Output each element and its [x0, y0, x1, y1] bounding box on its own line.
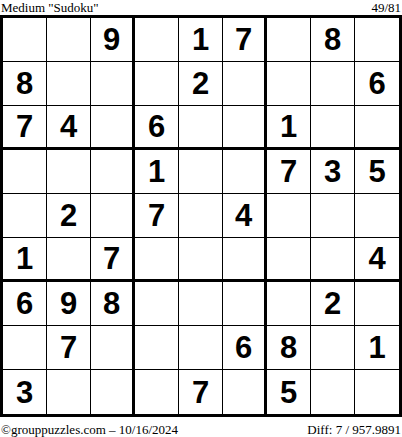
- cell-r1c3[interactable]: 9: [91, 18, 135, 62]
- cell-r6c1[interactable]: 1: [3, 238, 47, 282]
- cell-r6c5[interactable]: [179, 238, 223, 282]
- cell-r9c2[interactable]: [47, 370, 91, 414]
- cell-r4c7[interactable]: 7: [267, 150, 311, 194]
- cell-r8c8[interactable]: [311, 326, 355, 370]
- cell-r8c9[interactable]: 1: [355, 326, 399, 370]
- cell-r7c8[interactable]: 2: [311, 282, 355, 326]
- cell-r7c5[interactable]: [179, 282, 223, 326]
- cell-r1c8[interactable]: 8: [311, 18, 355, 62]
- cell-r3c6[interactable]: [223, 106, 267, 150]
- sudoku-board: 91788267461173527417469827681375: [0, 15, 402, 417]
- cell-r6c3[interactable]: 7: [91, 238, 135, 282]
- cell-r3c2[interactable]: 4: [47, 106, 91, 150]
- cell-r6c7[interactable]: [267, 238, 311, 282]
- sudoku-page: Medium "Sudoku" 49/81 917882674611735274…: [0, 0, 402, 437]
- cell-r7c2[interactable]: 9: [47, 282, 91, 326]
- cell-r1c7[interactable]: [267, 18, 311, 62]
- cell-r1c2[interactable]: [47, 18, 91, 62]
- header: Medium "Sudoku" 49/81: [0, 0, 402, 15]
- cell-r9c8[interactable]: [311, 370, 355, 414]
- cell-r8c4[interactable]: [135, 326, 179, 370]
- cell-r6c8[interactable]: [311, 238, 355, 282]
- footer: ©grouppuzzles.com – 10/16/2024 Diff: 7 /…: [0, 417, 402, 437]
- cell-r4c6[interactable]: [223, 150, 267, 194]
- cell-r5c8[interactable]: [311, 194, 355, 238]
- cell-r5c9[interactable]: [355, 194, 399, 238]
- cell-r8c6[interactable]: 6: [223, 326, 267, 370]
- cell-r6c9[interactable]: 4: [355, 238, 399, 282]
- progress-counter: 49/81: [371, 1, 401, 14]
- cell-r2c1[interactable]: 8: [3, 62, 47, 106]
- cell-r3c9[interactable]: [355, 106, 399, 150]
- cell-r2c2[interactable]: [47, 62, 91, 106]
- cell-r1c1[interactable]: [3, 18, 47, 62]
- cell-r4c9[interactable]: 5: [355, 150, 399, 194]
- cell-r8c7[interactable]: 8: [267, 326, 311, 370]
- copyright-text: ©grouppuzzles.com – 10/16/2024: [1, 423, 178, 437]
- cell-r4c2[interactable]: [47, 150, 91, 194]
- cell-r9c1[interactable]: 3: [3, 370, 47, 414]
- cell-r3c3[interactable]: [91, 106, 135, 150]
- puzzle-title: Medium "Sudoku": [1, 1, 99, 14]
- cell-r9c6[interactable]: [223, 370, 267, 414]
- difficulty-text: Diff: 7 / 957.9891: [307, 423, 401, 437]
- cell-r5c7[interactable]: [267, 194, 311, 238]
- cell-r9c3[interactable]: [91, 370, 135, 414]
- cell-r8c1[interactable]: [3, 326, 47, 370]
- cell-r2c3[interactable]: [91, 62, 135, 106]
- cell-r4c5[interactable]: [179, 150, 223, 194]
- cell-r2c6[interactable]: [223, 62, 267, 106]
- cell-r7c7[interactable]: [267, 282, 311, 326]
- cell-r8c3[interactable]: [91, 326, 135, 370]
- cell-r5c6[interactable]: 4: [223, 194, 267, 238]
- cell-r7c4[interactable]: [135, 282, 179, 326]
- cell-r3c5[interactable]: [179, 106, 223, 150]
- cell-r7c9[interactable]: [355, 282, 399, 326]
- cell-r5c3[interactable]: [91, 194, 135, 238]
- cell-r5c1[interactable]: [3, 194, 47, 238]
- cell-r3c8[interactable]: [311, 106, 355, 150]
- cell-r4c3[interactable]: [91, 150, 135, 194]
- cell-r7c3[interactable]: 8: [91, 282, 135, 326]
- cell-r6c6[interactable]: [223, 238, 267, 282]
- cell-r2c5[interactable]: 2: [179, 62, 223, 106]
- cell-r2c8[interactable]: [311, 62, 355, 106]
- cell-r3c4[interactable]: 6: [135, 106, 179, 150]
- cell-r5c4[interactable]: 7: [135, 194, 179, 238]
- cell-r4c1[interactable]: [3, 150, 47, 194]
- cell-r5c5[interactable]: [179, 194, 223, 238]
- cell-r4c8[interactable]: 3: [311, 150, 355, 194]
- cell-r6c2[interactable]: [47, 238, 91, 282]
- cell-r3c1[interactable]: 7: [3, 106, 47, 150]
- cell-r2c4[interactable]: [135, 62, 179, 106]
- cell-r1c9[interactable]: [355, 18, 399, 62]
- cell-r5c2[interactable]: 2: [47, 194, 91, 238]
- cell-r9c7[interactable]: 5: [267, 370, 311, 414]
- cell-r1c5[interactable]: 1: [179, 18, 223, 62]
- cell-r4c4[interactable]: 1: [135, 150, 179, 194]
- cell-r2c7[interactable]: [267, 62, 311, 106]
- cell-r9c9[interactable]: [355, 370, 399, 414]
- cell-r1c4[interactable]: [135, 18, 179, 62]
- cell-r9c5[interactable]: 7: [179, 370, 223, 414]
- cell-r2c9[interactable]: 6: [355, 62, 399, 106]
- cell-r1c6[interactable]: 7: [223, 18, 267, 62]
- cell-r6c4[interactable]: [135, 238, 179, 282]
- cell-r3c7[interactable]: 1: [267, 106, 311, 150]
- cell-r7c6[interactable]: [223, 282, 267, 326]
- cell-r8c5[interactable]: [179, 326, 223, 370]
- cell-r9c4[interactable]: [135, 370, 179, 414]
- cell-r7c1[interactable]: 6: [3, 282, 47, 326]
- cell-r8c2[interactable]: 7: [47, 326, 91, 370]
